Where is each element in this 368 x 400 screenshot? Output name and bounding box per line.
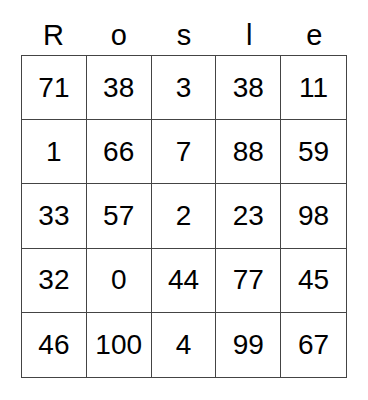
bingo-cell-r4c1[interactable]: 32: [22, 249, 87, 313]
bingo-cell-r2c2[interactable]: 66: [87, 120, 152, 184]
card-title-letter-0: R: [21, 17, 86, 53]
card-title-letter-2: s: [151, 17, 216, 53]
bingo-cell-r1c2[interactable]: 38: [87, 56, 152, 120]
bingo-cell-r1c3[interactable]: 3: [152, 56, 217, 120]
bingo-cell-r4c4[interactable]: 77: [216, 249, 281, 313]
bingo-cell-r4c3[interactable]: 44: [152, 249, 217, 313]
bingo-cell-r2c4[interactable]: 88: [216, 120, 281, 184]
bingo-cell-r1c5[interactable]: 11: [281, 56, 346, 120]
card-title-letter-4: e: [282, 17, 347, 53]
bingo-cell-r1c1[interactable]: 71: [22, 56, 87, 120]
bingo-cell-r5c1[interactable]: 46: [22, 313, 87, 377]
bingo-cell-r2c5[interactable]: 59: [281, 120, 346, 184]
bingo-cell-r3c4[interactable]: 23: [216, 184, 281, 248]
bingo-cell-r5c3[interactable]: 4: [152, 313, 217, 377]
bingo-cell-r4c5[interactable]: 45: [281, 249, 346, 313]
bingo-cell-r4c2[interactable]: 0: [87, 249, 152, 313]
bingo-cell-r5c5[interactable]: 67: [281, 313, 346, 377]
card-title-letter-1: o: [86, 17, 151, 53]
bingo-cell-r3c3[interactable]: 2: [152, 184, 217, 248]
bingo-cell-r3c2[interactable]: 57: [87, 184, 152, 248]
bingo-cell-r2c1[interactable]: 1: [22, 120, 87, 184]
bingo-cell-r5c2[interactable]: 100: [87, 313, 152, 377]
bingo-grid: 7138338111667885933572239832044774546100…: [21, 55, 347, 378]
bingo-cell-r5c4[interactable]: 99: [216, 313, 281, 377]
bingo-cell-r2c3[interactable]: 7: [152, 120, 217, 184]
card-title-letter-3: l: [217, 17, 282, 53]
bingo-card: Rosle 7138338111667885933572239832044774…: [0, 0, 368, 400]
card-title-row: Rosle: [21, 17, 347, 53]
bingo-cell-r3c5[interactable]: 98: [281, 184, 346, 248]
bingo-cell-r3c1[interactable]: 33: [22, 184, 87, 248]
bingo-cell-r1c4[interactable]: 38: [216, 56, 281, 120]
